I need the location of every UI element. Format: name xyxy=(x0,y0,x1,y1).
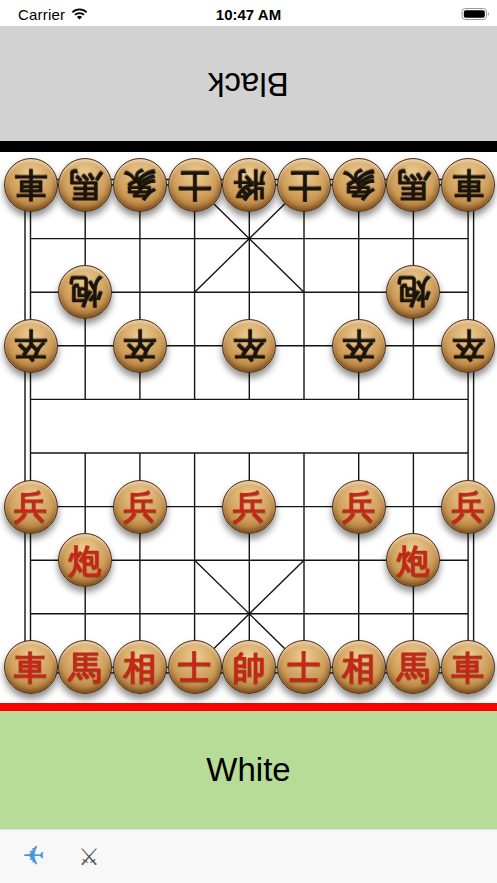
piece-red-soldier[interactable]: 兵 xyxy=(4,480,58,534)
piece-black-soldier[interactable]: 卒 xyxy=(4,319,58,373)
airplane-button[interactable]: ✈ xyxy=(18,840,48,874)
piece-red-chariot[interactable]: 車 xyxy=(4,640,58,694)
piece-character: 帥 xyxy=(233,651,266,684)
crossed-swords-icon: ⚔ xyxy=(78,845,100,869)
black-side-bar xyxy=(0,141,497,152)
bottom-toolbar: ✈ ⚔ xyxy=(0,829,497,883)
piece-black-soldier[interactable]: 卒 xyxy=(441,319,495,373)
piece-red-cannon[interactable]: 炮 xyxy=(58,533,112,587)
piece-character: 士 xyxy=(288,651,321,684)
airplane-icon: ✈ xyxy=(22,843,45,870)
piece-black-elephant[interactable]: 象 xyxy=(113,158,167,212)
piece-character: 將 xyxy=(233,169,266,202)
piece-character: 卒 xyxy=(233,329,266,362)
piece-character: 炮 xyxy=(397,276,430,309)
board-grid xyxy=(0,152,497,703)
piece-red-elephant[interactable]: 相 xyxy=(332,640,386,694)
piece-character: 象 xyxy=(123,169,156,202)
piece-red-elephant[interactable]: 相 xyxy=(113,640,167,694)
piece-black-soldier[interactable]: 卒 xyxy=(222,319,276,373)
piece-character: 卒 xyxy=(342,329,375,362)
piece-character: 車 xyxy=(452,651,485,684)
piece-red-advisor[interactable]: 士 xyxy=(168,640,222,694)
piece-character: 士 xyxy=(178,651,211,684)
piece-character: 炮 xyxy=(397,544,430,577)
piece-character: 馬 xyxy=(397,169,430,202)
black-player-label: Black xyxy=(208,65,289,103)
piece-character: 象 xyxy=(342,169,375,202)
piece-character: 車 xyxy=(452,169,485,202)
piece-black-elephant[interactable]: 象 xyxy=(332,158,386,212)
black-player-banner[interactable]: Black xyxy=(0,26,497,141)
piece-character: 士 xyxy=(288,169,321,202)
piece-character: 馬 xyxy=(69,651,102,684)
white-player-banner[interactable]: White xyxy=(0,711,497,829)
piece-red-soldier[interactable]: 兵 xyxy=(113,480,167,534)
piece-black-chariot[interactable]: 車 xyxy=(441,158,495,212)
white-player-label: White xyxy=(206,751,290,789)
battle-button[interactable]: ⚔ xyxy=(74,840,104,874)
xiangqi-board[interactable]: 車馬象士將士象馬車炮炮卒卒卒卒卒兵兵兵兵兵炮炮車馬相士帥士相馬車 xyxy=(0,152,497,703)
piece-black-horse[interactable]: 馬 xyxy=(58,158,112,212)
piece-character: 士 xyxy=(178,169,211,202)
piece-character: 兵 xyxy=(14,490,47,523)
piece-red-soldier[interactable]: 兵 xyxy=(441,480,495,534)
piece-black-advisor[interactable]: 士 xyxy=(277,158,331,212)
piece-character: 卒 xyxy=(452,329,485,362)
piece-black-soldier[interactable]: 卒 xyxy=(332,319,386,373)
piece-character: 車 xyxy=(14,169,47,202)
piece-black-horse[interactable]: 馬 xyxy=(386,158,440,212)
piece-character: 相 xyxy=(342,651,375,684)
piece-character: 相 xyxy=(123,651,156,684)
piece-black-soldier[interactable]: 卒 xyxy=(113,319,167,373)
piece-character: 卒 xyxy=(123,329,156,362)
piece-character: 馬 xyxy=(69,169,102,202)
piece-character: 馬 xyxy=(397,651,430,684)
app-screen: Carrier 10:47 AM Black 車馬象士將士象馬車炮炮卒卒 xyxy=(0,0,497,883)
piece-red-soldier[interactable]: 兵 xyxy=(332,480,386,534)
piece-character: 兵 xyxy=(233,490,266,523)
piece-black-general[interactable]: 將 xyxy=(222,158,276,212)
piece-character: 兵 xyxy=(342,490,375,523)
piece-black-chariot[interactable]: 車 xyxy=(4,158,58,212)
piece-character: 卒 xyxy=(14,329,47,362)
piece-character: 兵 xyxy=(123,490,156,523)
piece-character: 車 xyxy=(14,651,47,684)
status-bar: Carrier 10:47 AM xyxy=(0,0,497,26)
piece-character: 炮 xyxy=(69,544,102,577)
clock: 10:47 AM xyxy=(0,6,497,23)
piece-black-cannon[interactable]: 炮 xyxy=(58,265,112,319)
piece-character: 炮 xyxy=(69,276,102,309)
piece-red-advisor[interactable]: 士 xyxy=(277,640,331,694)
red-side-bar xyxy=(0,703,497,711)
piece-character: 兵 xyxy=(452,490,485,523)
piece-red-soldier[interactable]: 兵 xyxy=(222,480,276,534)
piece-black-advisor[interactable]: 士 xyxy=(168,158,222,212)
